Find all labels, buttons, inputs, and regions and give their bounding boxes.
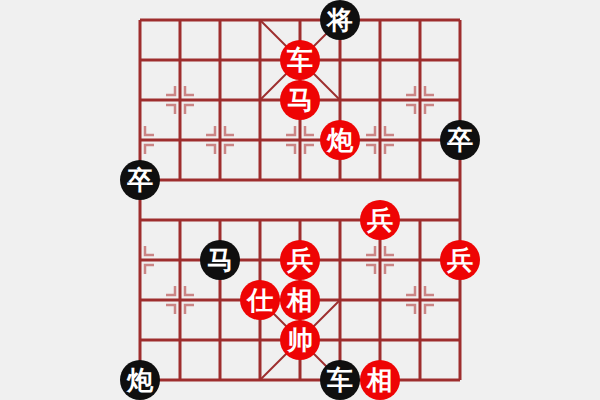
xiangqi-board[interactable]: 将车马炮卒卒兵马兵兵仕相帅炮车相 bbox=[0, 0, 600, 400]
black-pawn[interactable]: 卒 bbox=[440, 120, 480, 160]
black-horse[interactable]: 马 bbox=[200, 240, 240, 280]
red-pawn[interactable]: 兵 bbox=[360, 200, 400, 240]
black-general[interactable]: 将 bbox=[320, 0, 360, 40]
black-pawn[interactable]: 卒 bbox=[120, 160, 160, 200]
red-chariot[interactable]: 车 bbox=[280, 40, 320, 80]
piece-layer: 将车马炮卒卒兵马兵兵仕相帅炮车相 bbox=[120, 0, 480, 400]
red-advisor[interactable]: 仕 bbox=[240, 280, 280, 320]
black-chariot[interactable]: 车 bbox=[320, 360, 360, 400]
red-general[interactable]: 帅 bbox=[280, 320, 320, 360]
red-elephant[interactable]: 相 bbox=[360, 360, 400, 400]
red-cannon[interactable]: 炮 bbox=[320, 120, 360, 160]
red-pawn[interactable]: 兵 bbox=[280, 240, 320, 280]
red-horse[interactable]: 马 bbox=[280, 80, 320, 120]
red-pawn[interactable]: 兵 bbox=[440, 240, 480, 280]
black-cannon[interactable]: 炮 bbox=[120, 360, 160, 400]
red-elephant[interactable]: 相 bbox=[280, 280, 320, 320]
